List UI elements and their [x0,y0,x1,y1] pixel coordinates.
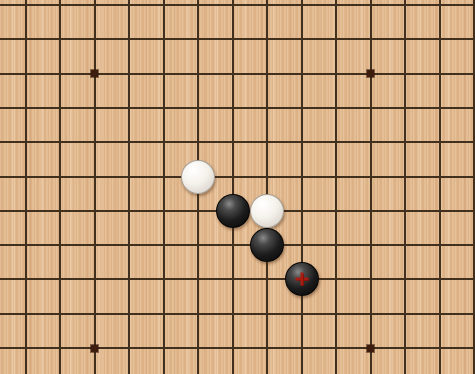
grid-line-horizontal [0,313,475,315]
grid-line-vertical [163,0,165,374]
star-point [367,345,374,352]
last-move-cross-icon [295,273,308,286]
grid-line-horizontal [0,347,475,349]
star-point [91,345,98,352]
grid-line-vertical [128,0,130,374]
grid-line-vertical [59,0,61,374]
black-stone [216,194,250,228]
grid-line-vertical [94,0,96,374]
last-move-cross-bar [300,273,303,286]
star-point [91,70,98,77]
grid-line-vertical [266,0,268,374]
grid-line-vertical [370,0,372,374]
black-stone [250,228,284,262]
grid-line-horizontal [0,4,475,6]
grid-line-horizontal [0,107,475,109]
white-stone [181,160,215,194]
white-stone [250,194,284,228]
grid-line-vertical [301,0,303,374]
goban-screenshot [0,0,475,374]
grid-line-vertical [439,0,441,374]
star-point [367,70,374,77]
grid-line-horizontal [0,244,475,246]
black-stone [285,262,319,296]
grid-line-horizontal [0,38,475,40]
grid-line-horizontal [0,141,475,143]
goban-board[interactable] [0,0,475,374]
grid-line-horizontal [0,176,475,178]
grid-line-vertical [335,0,337,374]
grid-line-vertical [232,0,234,374]
grid-line-vertical [25,0,27,374]
grid-line-horizontal [0,278,475,280]
grid-line-vertical [404,0,406,374]
grid-line-horizontal [0,73,475,75]
